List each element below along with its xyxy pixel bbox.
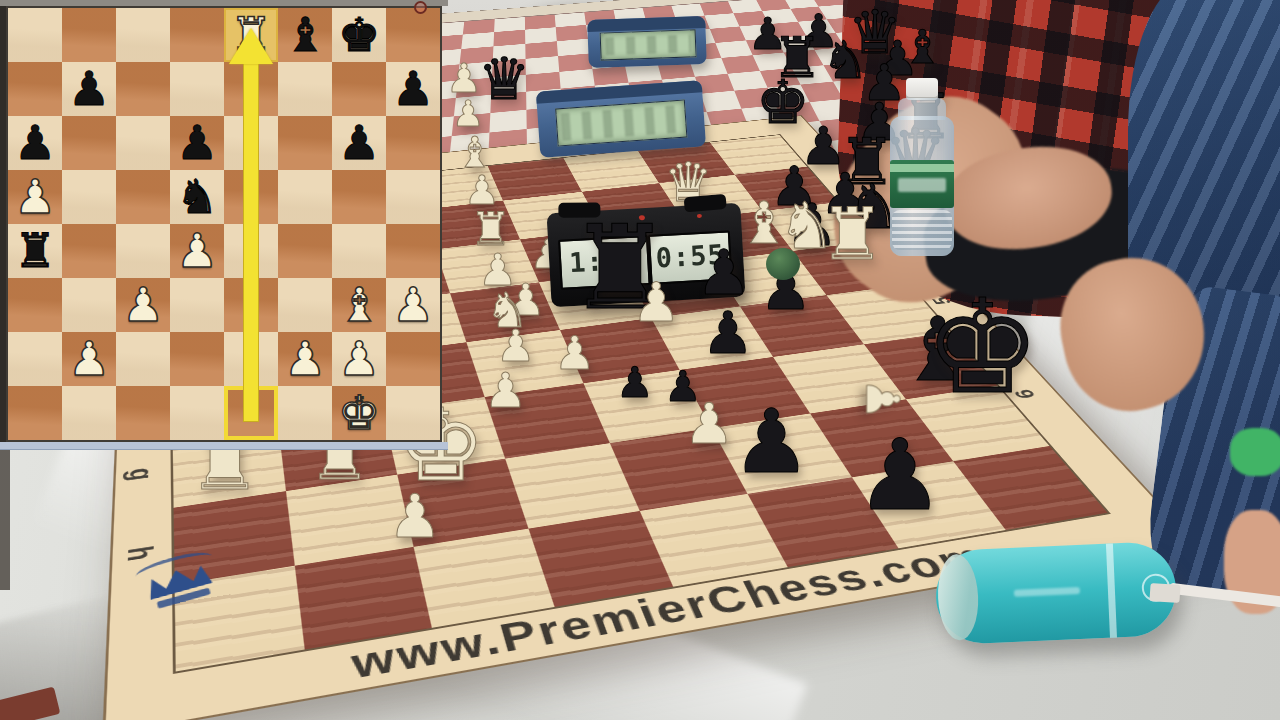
lcd-digits-blur: [560, 105, 682, 141]
square-c7[interactable]: [116, 62, 170, 116]
photo-piece-black-queen: ♛: [478, 50, 530, 108]
clock-button-right: [684, 194, 727, 213]
photo-piece-white-pawn: ♟: [484, 366, 527, 414]
photo-piece-black-king: ♚: [924, 282, 1041, 412]
photo-piece-black-pawn: ♟: [696, 242, 752, 304]
square-a2[interactable]: [8, 332, 62, 386]
square-d6[interactable]: ♟: [170, 116, 224, 170]
diagram-piece-white-pawn[interactable]: ♟: [338, 332, 380, 386]
overlay-corner-dot-icon: [414, 1, 427, 14]
square-d1[interactable]: [170, 386, 224, 440]
square-d2[interactable]: [170, 332, 224, 386]
diagram-piece-white-pawn[interactable]: ♟: [122, 278, 164, 332]
move-arrow-head: [229, 28, 273, 64]
square-b2[interactable]: ♟: [62, 332, 116, 386]
bottle-cap: [906, 78, 938, 100]
photo-piece-white-pawn: ♟: [860, 378, 906, 419]
diagram-piece-black-pawn[interactable]: ♟: [68, 62, 110, 116]
square-b6[interactable]: [62, 116, 116, 170]
overlay-bottom-strip: [0, 442, 448, 450]
green-object: [1230, 428, 1280, 476]
power-bank: [934, 541, 1178, 645]
square-c6[interactable]: [116, 116, 170, 170]
square-f1[interactable]: [278, 386, 332, 440]
square-c5[interactable]: [116, 170, 170, 224]
clock-led-icon: [697, 214, 702, 218]
square-d7[interactable]: [170, 62, 224, 116]
square-g6[interactable]: ♟: [332, 116, 386, 170]
square-b5[interactable]: [62, 170, 116, 224]
square-g1[interactable]: ♚: [332, 386, 386, 440]
bottle-ribs: [892, 210, 952, 250]
square-c2[interactable]: [116, 332, 170, 386]
diagram-piece-white-pawn[interactable]: ♟: [14, 170, 56, 224]
square-f8[interactable]: ♝: [278, 8, 332, 62]
square-h5[interactable]: [386, 170, 440, 224]
square-f4[interactable]: [278, 224, 332, 278]
photo-piece-white-pawn: ♟: [446, 58, 482, 98]
square-f5[interactable]: [278, 170, 332, 224]
diagram-piece-black-king[interactable]: ♚: [338, 8, 380, 62]
square-b7[interactable]: ♟: [62, 62, 116, 116]
square-h7[interactable]: ♟: [386, 62, 440, 116]
diagram-piece-black-pawn[interactable]: ♟: [176, 116, 218, 170]
clock-lcd: [600, 29, 697, 60]
square-f3[interactable]: [278, 278, 332, 332]
square-a3[interactable]: [8, 278, 62, 332]
photo-piece-white-pawn: ♟: [684, 396, 734, 452]
square-g5[interactable]: [332, 170, 386, 224]
photo-piece-black-pawn: ♟: [616, 362, 654, 404]
chess-clock-far: [587, 16, 707, 68]
photo-piece-white-rook: ♜: [820, 198, 885, 270]
square-b1[interactable]: [62, 386, 116, 440]
power-bank-ring: [1106, 543, 1117, 637]
square-h3[interactable]: ♟: [386, 278, 440, 332]
diagram-piece-white-pawn[interactable]: ♟: [392, 278, 434, 332]
diagram-piece-white-pawn[interactable]: ♟: [284, 332, 326, 386]
photo-piece-white-pawn: ♟: [632, 276, 680, 330]
square-h1[interactable]: [386, 386, 440, 440]
diagram-piece-black-rook[interactable]: ♜: [14, 224, 56, 278]
square-g7[interactable]: [332, 62, 386, 116]
square-a8[interactable]: [8, 8, 62, 62]
square-h8[interactable]: [386, 8, 440, 62]
photo-piece-white-pawn: ♟: [452, 96, 484, 132]
water-bottle: [880, 72, 964, 258]
square-f2[interactable]: ♟: [278, 332, 332, 386]
power-bank-text-blur: [1014, 587, 1080, 597]
video-frame: www.PremierChess.com g h 4 5 6 ♟♟♝♟♜♟♞♟♛…: [0, 0, 1280, 720]
square-b8[interactable]: [62, 8, 116, 62]
diagram-piece-black-bishop[interactable]: ♝: [284, 8, 326, 62]
square-c3[interactable]: ♟: [116, 278, 170, 332]
green-capped-piece: [766, 248, 800, 280]
square-c4[interactable]: [116, 224, 170, 278]
photo-piece-white-pawn: ♟: [554, 330, 595, 376]
square-a1[interactable]: [8, 386, 62, 440]
square-f7[interactable]: [278, 62, 332, 116]
usb-plug: [1149, 583, 1180, 603]
photo-piece-black-pawn: ♟: [702, 304, 754, 362]
photo-piece-white-pawn: ♟: [388, 486, 442, 546]
square-g2[interactable]: ♟: [332, 332, 386, 386]
diagram-piece-black-pawn[interactable]: ♟: [392, 62, 434, 116]
square-g8[interactable]: ♚: [332, 8, 386, 62]
square-h2[interactable]: [386, 332, 440, 386]
square-c8[interactable]: [116, 8, 170, 62]
square-g3[interactable]: ♝: [332, 278, 386, 332]
square-c1[interactable]: [116, 386, 170, 440]
diagram-piece-black-pawn[interactable]: ♟: [338, 116, 380, 170]
square-h4[interactable]: [386, 224, 440, 278]
diagram-piece-black-knight[interactable]: ♞: [176, 170, 218, 224]
square-a7[interactable]: [8, 62, 62, 116]
lcd-digits-blur: [605, 34, 692, 55]
square-d3[interactable]: [170, 278, 224, 332]
square-d4[interactable]: ♟: [170, 224, 224, 278]
photo-piece-black-pawn: ♟: [732, 398, 811, 486]
square-a6[interactable]: ♟: [8, 116, 62, 170]
square-h6[interactable]: [386, 116, 440, 170]
diagram-piece-white-pawn[interactable]: ♟: [68, 332, 110, 386]
square-f6[interactable]: [278, 116, 332, 170]
bottle-label: [890, 160, 954, 208]
square-g4[interactable]: [332, 224, 386, 278]
square-b4[interactable]: [62, 224, 116, 278]
diagram-board: ♜♝♚♟♟♟♟♟♟♞♜♟♟♝♟♟♟♟♚: [6, 6, 442, 442]
square-d5[interactable]: ♞: [170, 170, 224, 224]
clock-lcd: [555, 100, 687, 147]
diagram-piece-white-pawn[interactable]: ♟: [176, 224, 218, 278]
photo-piece-black-pawn: ♟: [856, 426, 944, 524]
diagram-piece-white-king[interactable]: ♚: [338, 386, 380, 440]
file-label-g: g: [121, 466, 158, 483]
square-a4[interactable]: ♜: [8, 224, 62, 278]
analysis-board-overlay: ♜♝♚♟♟♟♟♟♟♞♜♟♟♝♟♟♟♟♚: [0, 0, 448, 450]
square-a5[interactable]: ♟: [8, 170, 62, 224]
move-arrow: [244, 62, 258, 421]
square-b3[interactable]: [62, 278, 116, 332]
chess-clock-mid: [536, 80, 706, 157]
square-d8[interactable]: [170, 8, 224, 62]
diagram-piece-black-pawn[interactable]: ♟: [14, 116, 56, 170]
diagram-piece-white-bishop[interactable]: ♝: [338, 278, 380, 332]
